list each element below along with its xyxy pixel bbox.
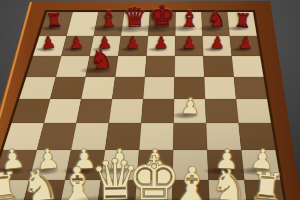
piece-red-pawn-f7[interactable]: ♟ [182,35,197,52]
piece-red-queen-d8[interactable]: ♛ [123,4,148,31]
piece-white-pawn-f4[interactable]: ♟ [180,95,201,118]
piece-red-pawn-h7[interactable]: ♟ [238,34,254,51]
piece-white-bishop-f1[interactable]: ♝ [170,160,214,200]
piece-red-bishop-f8[interactable]: ♝ [179,8,200,31]
piece-red-pawn-e7[interactable]: ♟ [154,35,169,52]
piece-red-pawn-d7[interactable]: ♟ [125,35,140,52]
piece-red-king-e8[interactable]: ♚ [149,2,175,31]
piece-white-rook-h1[interactable]: ♜ [248,166,287,200]
piece-white-knight-g1[interactable]: ♞ [209,163,250,200]
piece-red-knight-g8[interactable]: ♞ [206,9,226,31]
chess-app-window: ♜♝♛♚♝♞♜♟♟♟♟♟♟♟♟♞♟♟♟♟♟♟♟♟♜♞♝♛♚♝♞♜ [0,0,300,200]
piece-red-pawn-a7[interactable]: ♟ [40,34,56,52]
piece-red-rook-h8[interactable]: ♜ [234,11,252,31]
piece-red-bishop-c8[interactable]: ♝ [98,8,119,31]
piece-red-pawn-g7[interactable]: ♟ [210,34,226,51]
piece-red-knight-c6[interactable]: ♞ [89,46,113,73]
piece-red-rook-a8[interactable]: ♜ [45,11,63,31]
piece-red-pawn-b7[interactable]: ♟ [69,34,85,51]
